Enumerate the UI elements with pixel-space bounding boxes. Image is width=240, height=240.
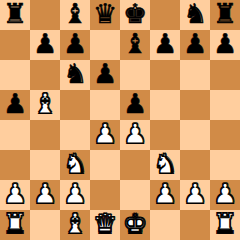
square-b5[interactable]: ♝ [30,90,60,120]
square-f8[interactable] [150,0,180,30]
square-a2[interactable]: ♟ [0,180,30,210]
piece-white-rook[interactable]: ♜ [213,210,237,239]
piece-black-pawn[interactable]: ♟ [63,30,87,59]
square-c8[interactable]: ♝ [60,0,90,30]
square-c6[interactable]: ♞ [60,60,90,90]
piece-white-rook[interactable]: ♜ [3,210,27,239]
square-h8[interactable]: ♜ [210,0,240,30]
square-c7[interactable]: ♟ [60,30,90,60]
square-a8[interactable]: ♜ [0,0,30,30]
square-f5[interactable] [150,90,180,120]
square-g8[interactable]: ♞ [180,0,210,30]
piece-black-pawn[interactable]: ♟ [123,90,147,119]
piece-black-bishop[interactable]: ♝ [63,0,87,29]
square-g3[interactable] [180,150,210,180]
square-b4[interactable] [30,120,60,150]
square-d1[interactable]: ♛ [90,210,120,240]
square-f1[interactable] [150,210,180,240]
piece-black-pawn[interactable]: ♟ [33,30,57,59]
square-a7[interactable] [0,30,30,60]
piece-black-bishop[interactable]: ♝ [123,30,147,59]
square-g2[interactable]: ♟ [180,180,210,210]
square-f4[interactable] [150,120,180,150]
square-h4[interactable] [210,120,240,150]
square-f2[interactable]: ♟ [150,180,180,210]
square-d6[interactable]: ♟ [90,60,120,90]
square-h1[interactable]: ♜ [210,210,240,240]
square-e7[interactable]: ♝ [120,30,150,60]
square-b2[interactable]: ♟ [30,180,60,210]
piece-black-king[interactable]: ♚ [123,0,147,29]
square-b6[interactable] [30,60,60,90]
piece-white-pawn[interactable]: ♟ [153,180,177,209]
piece-white-pawn[interactable]: ♟ [183,180,207,209]
piece-white-pawn[interactable]: ♟ [213,180,237,209]
square-d7[interactable] [90,30,120,60]
square-a3[interactable] [0,150,30,180]
square-b8[interactable] [30,0,60,30]
square-c3[interactable]: ♞ [60,150,90,180]
square-g4[interactable] [180,120,210,150]
square-e2[interactable] [120,180,150,210]
piece-black-rook[interactable]: ♜ [3,0,27,29]
piece-black-pawn[interactable]: ♟ [93,60,117,89]
square-f3[interactable]: ♞ [150,150,180,180]
square-e6[interactable] [120,60,150,90]
square-e1[interactable]: ♚ [120,210,150,240]
square-g1[interactable] [180,210,210,240]
square-d8[interactable]: ♛ [90,0,120,30]
piece-black-rook[interactable]: ♜ [213,0,237,29]
square-f7[interactable]: ♟ [150,30,180,60]
square-f6[interactable] [150,60,180,90]
square-e4[interactable]: ♟ [120,120,150,150]
piece-white-bishop[interactable]: ♝ [63,210,87,239]
square-h6[interactable] [210,60,240,90]
square-a6[interactable] [0,60,30,90]
square-a4[interactable] [0,120,30,150]
square-b7[interactable]: ♟ [30,30,60,60]
square-d4[interactable]: ♟ [90,120,120,150]
piece-black-pawn[interactable]: ♟ [153,30,177,59]
square-b3[interactable] [30,150,60,180]
square-d2[interactable] [90,180,120,210]
square-b1[interactable] [30,210,60,240]
piece-black-pawn[interactable]: ♟ [183,30,207,59]
square-d3[interactable] [90,150,120,180]
piece-white-pawn[interactable]: ♟ [63,180,87,209]
square-h3[interactable] [210,150,240,180]
square-e5[interactable]: ♟ [120,90,150,120]
square-e3[interactable] [120,150,150,180]
piece-white-pawn[interactable]: ♟ [33,180,57,209]
piece-white-queen[interactable]: ♛ [93,210,117,239]
square-c5[interactable] [60,90,90,120]
piece-white-pawn[interactable]: ♟ [3,180,27,209]
piece-black-knight[interactable]: ♞ [63,60,87,89]
piece-white-king[interactable]: ♚ [123,210,147,239]
square-a5[interactable]: ♟ [0,90,30,120]
square-d5[interactable] [90,90,120,120]
piece-white-knight[interactable]: ♞ [63,150,87,179]
piece-white-bishop[interactable]: ♝ [33,90,57,119]
square-h2[interactable]: ♟ [210,180,240,210]
piece-white-knight[interactable]: ♞ [153,150,177,179]
square-g7[interactable]: ♟ [180,30,210,60]
square-a1[interactable]: ♜ [0,210,30,240]
piece-black-knight[interactable]: ♞ [183,0,207,29]
piece-white-pawn[interactable]: ♟ [123,120,147,149]
square-e8[interactable]: ♚ [120,0,150,30]
piece-white-pawn[interactable]: ♟ [93,120,117,149]
square-h7[interactable]: ♟ [210,30,240,60]
square-g6[interactable] [180,60,210,90]
square-c1[interactable]: ♝ [60,210,90,240]
piece-black-queen[interactable]: ♛ [93,0,117,29]
piece-black-pawn[interactable]: ♟ [213,30,237,59]
square-g5[interactable] [180,90,210,120]
square-c4[interactable] [60,120,90,150]
chess-board: ♜♝♛♚♞♜♟♟♝♟♟♟♞♟♟♝♟♟♟♞♞♟♟♟♟♟♟♜♝♛♚♜ [0,0,240,240]
piece-black-pawn[interactable]: ♟ [3,90,27,119]
square-h5[interactable] [210,90,240,120]
square-c2[interactable]: ♟ [60,180,90,210]
